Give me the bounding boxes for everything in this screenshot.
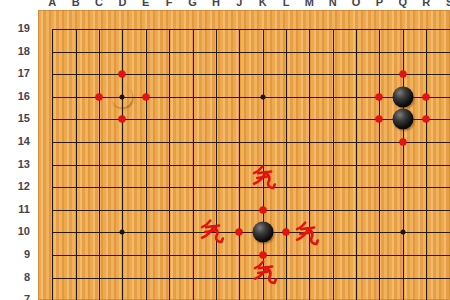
qi-annotation-right [293, 220, 319, 248]
liberty-marker-dot [399, 139, 406, 146]
qi-annotation-below [251, 259, 277, 287]
liberty-marker-dot [376, 116, 383, 123]
row-label-12: 12 [0, 180, 30, 193]
qi-character-glyph [250, 164, 276, 192]
white-stone[interactable] [112, 86, 133, 107]
column-label-C: C [89, 0, 109, 9]
row-label-19: 19 [0, 22, 30, 35]
row-label-8: 8 [0, 271, 30, 284]
black-stone[interactable] [252, 222, 273, 243]
grid-line-horizontal [52, 74, 450, 75]
grid-line-vertical [403, 29, 404, 300]
row-label-7: 7 [0, 293, 30, 300]
star-point [260, 94, 265, 99]
go-board[interactable] [38, 10, 450, 300]
grid-line-vertical [333, 29, 334, 300]
row-label-9: 9 [0, 248, 30, 261]
column-label-B: B [66, 0, 86, 9]
row-label-10: 10 [0, 225, 30, 238]
column-label-L: L [276, 0, 296, 9]
qi-character-glyph [293, 220, 319, 248]
column-label-S: S [440, 0, 450, 9]
column-label-N: N [323, 0, 343, 9]
grid-line-vertical [239, 29, 240, 300]
column-label-G: G [183, 0, 203, 9]
liberty-marker-dot [259, 206, 266, 213]
liberty-marker-dot [399, 71, 406, 78]
qi-character-glyph [251, 259, 277, 287]
qi-character-glyph [198, 218, 224, 246]
grid-line-vertical [379, 29, 380, 300]
grid-line-vertical [216, 29, 217, 300]
column-label-M: M [299, 0, 319, 9]
liberty-marker-dot [423, 116, 430, 123]
column-label-K: K [253, 0, 273, 9]
column-label-D: D [112, 0, 132, 9]
row-label-13: 13 [0, 158, 30, 171]
column-label-R: R [416, 0, 436, 9]
column-label-E: E [136, 0, 156, 9]
row-label-14: 14 [0, 135, 30, 148]
liberty-marker-dot [142, 93, 149, 100]
go-liberties-diagram: ABCDEFGHJKLMNOPQRS1918171615141312111098… [0, 0, 450, 300]
row-label-17: 17 [0, 67, 30, 80]
grid-line-horizontal [52, 29, 450, 30]
grid-line-horizontal [52, 255, 450, 256]
grid-line-vertical [356, 29, 357, 300]
column-label-O: O [346, 0, 366, 9]
column-label-F: F [159, 0, 179, 9]
qi-annotation-above [250, 164, 276, 192]
black-stone[interactable] [392, 86, 413, 107]
row-label-11: 11 [0, 203, 30, 216]
grid-line-horizontal [52, 52, 450, 53]
column-label-P: P [369, 0, 389, 9]
row-label-15: 15 [0, 112, 30, 125]
column-label-J: J [229, 0, 249, 9]
row-label-18: 18 [0, 45, 30, 58]
grid-line-horizontal [52, 142, 450, 143]
grid-line-horizontal [52, 119, 450, 120]
liberty-marker-dot [119, 71, 126, 78]
liberty-marker-dot [376, 93, 383, 100]
liberty-marker-dot [236, 229, 243, 236]
grid-line-vertical [309, 29, 310, 300]
row-label-16: 16 [0, 90, 30, 103]
star-point [120, 230, 125, 235]
column-label-Q: Q [393, 0, 413, 9]
liberty-marker-dot [119, 116, 126, 123]
column-label-A: A [42, 0, 62, 9]
liberty-marker-dot [283, 229, 290, 236]
liberty-marker-dot [96, 93, 103, 100]
grid-line-vertical [426, 29, 427, 300]
grid-line-vertical [286, 29, 287, 300]
star-point [400, 230, 405, 235]
qi-annotation-left [198, 218, 224, 246]
liberty-marker-dot [259, 252, 266, 259]
liberty-marker-dot [423, 93, 430, 100]
black-stone[interactable] [392, 109, 413, 130]
column-label-H: H [206, 0, 226, 9]
grid-line-horizontal [52, 210, 450, 211]
